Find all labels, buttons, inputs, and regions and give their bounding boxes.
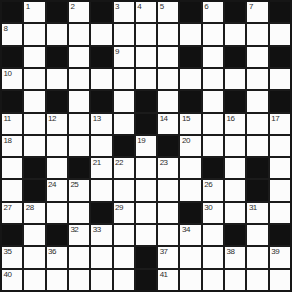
white-cell-r12c8[interactable] (180, 270, 200, 290)
white-cell-r9c0[interactable]: 27 (2, 203, 22, 223)
white-cell-r1c0[interactable]: 8 (2, 24, 22, 44)
black-cell-r7c3 (69, 158, 89, 178)
white-cell-r3c7[interactable] (158, 69, 178, 89)
white-cell-r12c9[interactable] (203, 270, 223, 290)
white-cell-r5c9[interactable] (203, 114, 223, 134)
white-cell-r10c8[interactable]: 34 (180, 225, 200, 245)
white-cell-r2c9[interactable] (203, 47, 223, 67)
white-cell-r10c3[interactable]: 32 (69, 225, 89, 245)
white-cell-r1c3[interactable] (69, 24, 89, 44)
white-cell-r0c6[interactable]: 4 (136, 2, 156, 22)
white-cell-r7c2[interactable] (47, 158, 67, 178)
white-cell-r10c5[interactable] (114, 225, 134, 245)
white-cell-r8c3[interactable]: 25 (69, 180, 89, 200)
white-cell-r3c0[interactable]: 10 (2, 69, 22, 89)
white-cell-r1c10[interactable] (225, 24, 245, 44)
white-cell-r9c10[interactable] (225, 203, 245, 223)
white-cell-r2c5[interactable]: 9 (114, 47, 134, 67)
white-cell-r1c5[interactable] (114, 24, 134, 44)
white-cell-r3c1[interactable] (24, 69, 44, 89)
clue-number-2: 2 (70, 2, 74, 11)
clue-number-26: 26 (204, 180, 212, 189)
black-cell-r9c8 (180, 203, 200, 223)
white-cell-r11c8[interactable] (180, 247, 200, 267)
white-cell-r5c12[interactable]: 17 (270, 114, 290, 134)
clue-number-7: 7 (249, 2, 253, 11)
white-cell-r10c6[interactable] (136, 225, 156, 245)
black-cell-r5c6 (136, 114, 156, 134)
clue-number-31: 31 (249, 203, 257, 212)
clue-number-30: 30 (204, 203, 212, 212)
white-cell-r8c8[interactable] (180, 180, 200, 200)
white-cell-r8c6[interactable] (136, 180, 156, 200)
black-cell-r10c2 (47, 225, 67, 245)
white-cell-r11c3[interactable] (69, 247, 89, 267)
white-cell-r12c7[interactable]: 41 (158, 270, 178, 290)
clue-number-13: 13 (93, 114, 101, 123)
black-cell-r0c10 (225, 2, 245, 22)
clue-number-9: 9 (115, 47, 119, 56)
white-cell-r3c8[interactable] (180, 69, 200, 89)
white-cell-r9c3[interactable] (69, 203, 89, 223)
white-cell-r5c10[interactable]: 16 (225, 114, 245, 134)
white-cell-r8c0[interactable] (2, 180, 22, 200)
clue-number-5: 5 (160, 2, 164, 11)
white-cell-r11c7[interactable]: 37 (158, 247, 178, 267)
white-cell-r2c11[interactable] (247, 47, 267, 67)
black-cell-r12c6 (136, 270, 156, 290)
white-cell-r3c12[interactable] (270, 69, 290, 89)
black-cell-r0c4 (91, 2, 111, 22)
white-cell-r8c2[interactable]: 24 (47, 180, 67, 200)
white-cell-r1c4[interactable] (91, 24, 111, 44)
white-cell-r5c2[interactable]: 12 (47, 114, 67, 134)
white-cell-r7c10[interactable] (225, 158, 245, 178)
white-cell-r1c8[interactable] (180, 24, 200, 44)
clue-number-22: 22 (115, 158, 123, 167)
white-cell-r7c0[interactable] (2, 158, 22, 178)
white-cell-r12c12[interactable] (270, 270, 290, 290)
clue-number-29: 29 (115, 203, 123, 212)
black-cell-r2c8 (180, 47, 200, 67)
white-cell-r1c1[interactable] (24, 24, 44, 44)
white-cell-r2c1[interactable] (24, 47, 44, 67)
clue-number-19: 19 (137, 136, 145, 145)
white-cell-r8c10[interactable] (225, 180, 245, 200)
white-cell-r11c0[interactable]: 35 (2, 247, 22, 267)
black-cell-r0c0 (2, 2, 22, 22)
white-cell-r5c11[interactable] (247, 114, 267, 134)
black-cell-r10c0 (2, 225, 22, 245)
clue-number-37: 37 (160, 247, 168, 256)
clue-number-14: 14 (160, 114, 168, 123)
white-cell-r0c9[interactable]: 6 (203, 2, 223, 22)
clue-number-40: 40 (4, 270, 12, 279)
white-cell-r6c2[interactable] (47, 136, 67, 156)
white-cell-r4c9[interactable] (203, 91, 223, 111)
white-cell-r5c8[interactable]: 15 (180, 114, 200, 134)
white-cell-r7c12[interactable] (270, 158, 290, 178)
white-cell-r3c9[interactable] (203, 69, 223, 89)
clue-number-10: 10 (4, 69, 12, 78)
black-cell-r4c12 (270, 91, 290, 111)
clue-number-8: 8 (4, 24, 8, 33)
white-cell-r3c3[interactable] (69, 69, 89, 89)
white-cell-r11c2[interactable]: 36 (47, 247, 67, 267)
clue-number-28: 28 (26, 203, 34, 212)
white-cell-r8c9[interactable]: 26 (203, 180, 223, 200)
white-cell-r5c5[interactable] (114, 114, 134, 134)
white-cell-r6c1[interactable] (24, 136, 44, 156)
white-cell-r3c4[interactable] (91, 69, 111, 89)
clue-number-20: 20 (182, 136, 190, 145)
white-cell-r0c5[interactable]: 3 (114, 2, 134, 22)
black-cell-r0c2 (47, 2, 67, 22)
white-cell-r0c11[interactable]: 7 (247, 2, 267, 22)
black-cell-r7c1 (24, 158, 44, 178)
white-cell-r5c3[interactable] (69, 114, 89, 134)
white-cell-r9c2[interactable] (47, 203, 67, 223)
white-cell-r6c11[interactable] (247, 136, 267, 156)
crossword-grid: 1234567891011121314151617181920212223242… (0, 0, 292, 292)
black-cell-r2c10 (225, 47, 245, 67)
white-cell-r8c4[interactable] (91, 180, 111, 200)
white-cell-r4c1[interactable] (24, 91, 44, 111)
clue-number-11: 11 (4, 114, 11, 123)
clue-number-6: 6 (204, 2, 208, 11)
clue-number-12: 12 (48, 114, 56, 123)
white-cell-r6c0[interactable]: 18 (2, 136, 22, 156)
white-cell-r5c1[interactable] (24, 114, 44, 134)
clue-number-17: 17 (271, 114, 279, 123)
white-cell-r4c7[interactable] (158, 91, 178, 111)
black-cell-r4c2 (47, 91, 67, 111)
white-cell-r1c2[interactable] (47, 24, 67, 44)
black-cell-r6c7 (158, 136, 178, 156)
white-cell-r8c7[interactable] (158, 180, 178, 200)
white-cell-r12c2[interactable] (47, 270, 67, 290)
white-cell-r12c4[interactable] (91, 270, 111, 290)
white-cell-r10c11[interactable] (247, 225, 267, 245)
white-cell-r5c0[interactable]: 11 (2, 114, 22, 134)
clue-number-39: 39 (271, 247, 279, 256)
black-cell-r0c8 (180, 2, 200, 22)
black-cell-r4c4 (91, 91, 111, 111)
black-cell-r11c6 (136, 247, 156, 267)
clue-number-23: 23 (160, 158, 168, 167)
white-cell-r9c6[interactable] (136, 203, 156, 223)
white-cell-r7c8[interactable] (180, 158, 200, 178)
white-cell-r11c12[interactable]: 39 (270, 247, 290, 267)
white-cell-r10c7[interactable] (158, 225, 178, 245)
white-cell-r10c4[interactable]: 33 (91, 225, 111, 245)
white-cell-r9c9[interactable]: 30 (203, 203, 223, 223)
black-cell-r2c12 (270, 47, 290, 67)
clue-number-32: 32 (70, 225, 78, 234)
black-cell-r7c9 (203, 158, 223, 178)
black-cell-r2c2 (47, 47, 67, 67)
white-cell-r8c5[interactable] (114, 180, 134, 200)
black-cell-r6c5 (114, 136, 134, 156)
white-cell-r6c10[interactable] (225, 136, 245, 156)
black-cell-r7c11 (247, 158, 267, 178)
clue-number-4: 4 (137, 2, 141, 11)
white-cell-r1c7[interactable] (158, 24, 178, 44)
black-cell-r9c4 (91, 203, 111, 223)
white-cell-r1c9[interactable] (203, 24, 223, 44)
white-cell-r10c1[interactable] (24, 225, 44, 245)
white-cell-r10c9[interactable] (203, 225, 223, 245)
white-cell-r8c12[interactable] (270, 180, 290, 200)
white-cell-r12c3[interactable] (69, 270, 89, 290)
clue-number-27: 27 (4, 203, 12, 212)
white-cell-r6c6[interactable]: 19 (136, 136, 156, 156)
clue-number-16: 16 (227, 114, 235, 123)
clue-number-41: 41 (160, 270, 168, 279)
white-cell-r11c1[interactable] (24, 247, 44, 267)
white-cell-r9c7[interactable] (158, 203, 178, 223)
black-cell-r2c4 (91, 47, 111, 67)
clue-number-38: 38 (227, 247, 235, 256)
white-cell-r5c7[interactable]: 14 (158, 114, 178, 134)
white-cell-r12c10[interactable] (225, 270, 245, 290)
white-cell-r7c4[interactable]: 21 (91, 158, 111, 178)
white-cell-r12c1[interactable] (24, 270, 44, 290)
black-cell-r4c6 (136, 91, 156, 111)
white-cell-r2c7[interactable] (158, 47, 178, 67)
black-cell-r8c1 (24, 180, 44, 200)
white-cell-r1c12[interactable] (270, 24, 290, 44)
black-cell-r2c0 (2, 47, 22, 67)
white-cell-r12c5[interactable] (114, 270, 134, 290)
clue-number-24: 24 (48, 180, 56, 189)
white-cell-r2c3[interactable] (69, 47, 89, 67)
clue-number-35: 35 (4, 247, 12, 256)
white-cell-r3c6[interactable] (136, 69, 156, 89)
clue-number-1: 1 (26, 2, 30, 11)
black-cell-r10c10 (225, 225, 245, 245)
black-cell-r10c12 (270, 225, 290, 245)
black-cell-r4c10 (225, 91, 245, 111)
white-cell-r9c5[interactable]: 29 (114, 203, 134, 223)
white-cell-r0c1[interactable]: 1 (24, 2, 44, 22)
white-cell-r7c6[interactable] (136, 158, 156, 178)
white-cell-r3c5[interactable] (114, 69, 134, 89)
white-cell-r9c11[interactable]: 31 (247, 203, 267, 223)
white-cell-r6c12[interactable] (270, 136, 290, 156)
white-cell-r7c5[interactable]: 22 (114, 158, 134, 178)
white-cell-r6c8[interactable]: 20 (180, 136, 200, 156)
white-cell-r3c11[interactable] (247, 69, 267, 89)
white-cell-r3c2[interactable] (47, 69, 67, 89)
clue-number-25: 25 (70, 180, 78, 189)
clue-number-34: 34 (182, 225, 190, 234)
white-cell-r2c6[interactable] (136, 47, 156, 67)
white-cell-r9c12[interactable] (270, 203, 290, 223)
white-cell-r7c7[interactable]: 23 (158, 158, 178, 178)
white-cell-r1c6[interactable] (136, 24, 156, 44)
white-cell-r4c5[interactable] (114, 91, 134, 111)
white-cell-r4c3[interactable] (69, 91, 89, 111)
black-cell-r8c11 (247, 180, 267, 200)
clue-number-15: 15 (182, 114, 190, 123)
white-cell-r11c4[interactable] (91, 247, 111, 267)
white-cell-r1c11[interactable] (247, 24, 267, 44)
white-cell-r11c10[interactable]: 38 (225, 247, 245, 267)
white-cell-r11c9[interactable] (203, 247, 223, 267)
clue-number-33: 33 (93, 225, 101, 234)
clue-number-21: 21 (93, 158, 101, 167)
white-cell-r6c4[interactable] (91, 136, 111, 156)
white-cell-r6c3[interactable] (69, 136, 89, 156)
white-cell-r6c9[interactable] (203, 136, 223, 156)
black-cell-r4c8 (180, 91, 200, 111)
black-cell-r0c12 (270, 2, 290, 22)
white-cell-r5c4[interactable]: 13 (91, 114, 111, 134)
white-cell-r11c11[interactable] (247, 247, 267, 267)
white-cell-r4c11[interactable] (247, 91, 267, 111)
clue-number-3: 3 (115, 2, 119, 11)
clue-number-18: 18 (4, 136, 12, 145)
white-cell-r3c10[interactable] (225, 69, 245, 89)
clue-number-36: 36 (48, 247, 56, 256)
white-cell-r11c5[interactable] (114, 247, 134, 267)
white-cell-r9c1[interactable]: 28 (24, 203, 44, 223)
white-cell-r0c3[interactable]: 2 (69, 2, 89, 22)
white-cell-r0c7[interactable]: 5 (158, 2, 178, 22)
white-cell-r12c0[interactable]: 40 (2, 270, 22, 290)
white-cell-r12c11[interactable] (247, 270, 267, 290)
black-cell-r4c0 (2, 91, 22, 111)
